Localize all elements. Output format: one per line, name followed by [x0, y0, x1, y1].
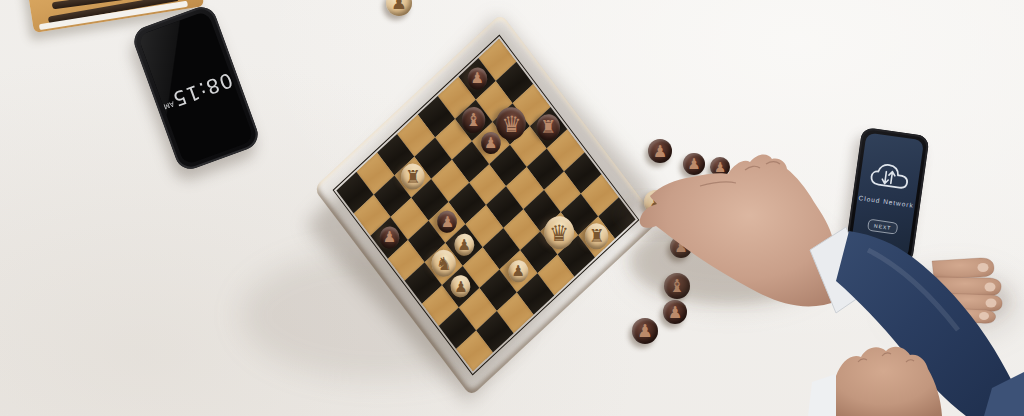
pawn-glyph: ♟ — [649, 193, 664, 212]
pawn-glyph: ♟ — [674, 238, 687, 256]
cloud-phone-screen: Cloud Network NEXT — [850, 133, 924, 260]
piece-black-pawn[interactable]: ♟ — [670, 236, 692, 258]
rook-glyph: ♜ — [541, 117, 557, 137]
cloud-sync-icon — [868, 160, 912, 195]
piece-black-pawn[interactable]: ♟ — [663, 300, 687, 324]
pawn-glyph: ♟ — [470, 70, 483, 88]
pawn-glyph: ♟ — [668, 303, 683, 322]
pawn-glyph: ♟ — [687, 155, 700, 173]
pawn-glyph: ♟ — [440, 213, 453, 231]
piece-black-pawn[interactable]: ♟ — [632, 318, 658, 344]
pawn-glyph: ♟ — [653, 142, 668, 161]
rook-glyph: ♜ — [405, 167, 421, 187]
pawn-glyph: ♟ — [454, 277, 467, 295]
pawn-glyph: ♟ — [457, 236, 470, 254]
next-button[interactable]: NEXT — [867, 219, 898, 235]
piece-black-pawn[interactable]: ♟ — [683, 153, 705, 175]
pawn-glyph: ♟ — [714, 159, 726, 175]
rook-glyph: ♜ — [589, 227, 605, 247]
piece-black-pawn[interactable]: ♟ — [648, 139, 672, 163]
knight-glyph: ♞ — [435, 253, 451, 274]
app-title: Cloud Network — [858, 194, 914, 209]
queen-glyph: ♛ — [549, 220, 569, 246]
queen-glyph: ♛ — [501, 111, 521, 137]
pawn-glyph: ♟ — [512, 262, 525, 280]
piece-black-pawn[interactable]: ♟ — [710, 157, 730, 177]
pawn-glyph: ♟ — [391, 0, 407, 13]
tabletop-chess-scene: 08:15AM ♜♟♛♝♟♟♟♜♛♟♜♟♞♟ ♟♟♟♟♟♝♟♟♟ Cloud N… — [0, 0, 1024, 416]
pawn-glyph: ♟ — [383, 228, 396, 246]
pawn-glyph: ♟ — [637, 321, 653, 341]
pawn-glyph: ♟ — [484, 134, 497, 152]
piece-white-pawn[interactable]: ♟ — [644, 190, 668, 214]
bishop-glyph: ♝ — [669, 276, 685, 296]
bishop-glyph: ♝ — [466, 110, 482, 130]
piece-black-bishop[interactable]: ♝ — [664, 273, 690, 299]
